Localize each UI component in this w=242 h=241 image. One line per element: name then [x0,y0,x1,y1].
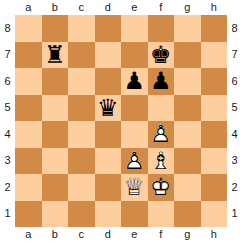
square-d6[interactable] [95,68,122,95]
rank-label-left-5: 5 [0,95,15,122]
rank-label-right-5: 5 [227,95,242,122]
square-d3[interactable] [95,148,122,175]
square-e2[interactable]: ♛♕ [121,174,148,201]
square-b3[interactable] [42,148,69,175]
square-b2[interactable] [42,174,69,201]
square-d4[interactable] [95,121,122,148]
file-label-bottom-b: b [42,227,69,241]
file-label-top-b: b [42,0,69,15]
square-e7[interactable] [121,42,148,69]
square-c3[interactable] [68,148,95,175]
piece-black-pawn[interactable]: ♟ [148,68,175,95]
white-pawn-fill-glyph: ♟ [150,122,172,146]
square-a7[interactable] [15,42,42,69]
board-corner [0,227,15,241]
rank-label-left-7: 7 [0,42,15,69]
rank-label-right-3: 3 [227,148,242,175]
rank-label-left-6: 6 [0,68,15,95]
chess-board: abcdefgh887♜♚76♟♟65♛54♟♙43♟♙♝♗32♛♕♚♔211a… [0,0,242,241]
piece-white-king[interactable]: ♚♔ [148,174,175,201]
square-h5[interactable] [201,95,228,122]
file-label-top-h: h [201,0,228,15]
file-label-top-a: a [15,0,42,15]
square-c1[interactable] [68,201,95,228]
square-g2[interactable] [174,174,201,201]
rank-label-left-2: 2 [0,174,15,201]
square-d7[interactable] [95,42,122,69]
square-b7[interactable]: ♜ [42,42,69,69]
file-label-bottom-d: d [95,227,122,241]
file-label-top-c: c [68,0,95,15]
white-pawn-fill-glyph: ♟ [123,149,145,173]
square-h4[interactable] [201,121,228,148]
file-label-bottom-a: a [15,227,42,241]
square-a3[interactable] [15,148,42,175]
black-pawn-icon: ♟ [150,69,172,93]
piece-white-pawn[interactable]: ♟♙ [148,121,175,148]
black-pawn-icon: ♟ [123,69,145,93]
piece-white-bishop[interactable]: ♝♗ [148,148,175,175]
square-a6[interactable] [15,68,42,95]
file-label-top-e: e [121,0,148,15]
file-label-bottom-e: e [121,227,148,241]
board-corner [227,227,242,241]
square-c4[interactable] [68,121,95,148]
square-a2[interactable] [15,174,42,201]
square-h6[interactable] [201,68,228,95]
square-b5[interactable] [42,95,69,122]
square-a5[interactable] [15,95,42,122]
white-king-icon: ♔ [150,175,172,199]
rank-label-right-1: 1 [227,201,242,228]
rank-label-right-2: 2 [227,174,242,201]
square-a1[interactable] [15,201,42,228]
square-f5[interactable] [148,95,175,122]
square-f7[interactable]: ♚ [148,42,175,69]
file-label-top-d: d [95,0,122,15]
piece-black-pawn[interactable]: ♟ [121,68,148,95]
rank-label-left-8: 8 [0,15,15,42]
square-b6[interactable] [42,68,69,95]
piece-white-queen[interactable]: ♛♕ [121,174,148,201]
white-king-fill-glyph: ♚ [150,175,172,199]
square-h2[interactable] [201,174,228,201]
square-a4[interactable] [15,121,42,148]
square-c8[interactable] [68,15,95,42]
square-g6[interactable] [174,68,201,95]
square-d5[interactable]: ♛ [95,95,122,122]
file-label-bottom-h: h [201,227,228,241]
rank-label-left-4: 4 [0,121,15,148]
square-d2[interactable] [95,174,122,201]
white-queen-fill-glyph: ♛ [123,175,145,199]
square-c6[interactable] [68,68,95,95]
square-c5[interactable] [68,95,95,122]
square-f2[interactable]: ♚♔ [148,174,175,201]
rank-label-left-3: 3 [0,148,15,175]
square-b1[interactable] [42,201,69,228]
black-rook-icon: ♜ [44,43,66,67]
square-c7[interactable] [68,42,95,69]
square-g8[interactable] [174,15,201,42]
square-e8[interactable] [121,15,148,42]
white-bishop-icon: ♗ [150,149,172,173]
square-g3[interactable] [174,148,201,175]
piece-white-pawn[interactable]: ♟♙ [121,148,148,175]
square-g1[interactable] [174,201,201,228]
square-g4[interactable] [174,121,201,148]
square-f8[interactable] [148,15,175,42]
square-b8[interactable] [42,15,69,42]
square-e5[interactable] [121,95,148,122]
rank-label-right-7: 7 [227,42,242,69]
square-d1[interactable] [95,201,122,228]
square-f6[interactable]: ♟ [148,68,175,95]
square-h3[interactable] [201,148,228,175]
square-e4[interactable] [121,121,148,148]
file-label-bottom-f: f [148,227,175,241]
rank-label-right-4: 4 [227,121,242,148]
black-queen-icon: ♛ [97,96,119,120]
piece-black-queen[interactable]: ♛ [95,95,122,122]
file-label-top-f: f [148,0,175,15]
white-queen-icon: ♕ [123,175,145,199]
board-corner [227,0,242,15]
rank-label-left-1: 1 [0,201,15,228]
square-c2[interactable] [68,174,95,201]
piece-black-rook[interactable]: ♜ [42,42,69,69]
white-bishop-fill-glyph: ♝ [150,149,172,173]
file-label-bottom-c: c [68,227,95,241]
square-a8[interactable] [15,15,42,42]
square-e3[interactable]: ♟♙ [121,148,148,175]
chess-diagram: abcdefgh887♜♚76♟♟65♛54♟♙43♟♙♝♗32♛♕♚♔211a… [0,0,242,241]
square-b4[interactable] [42,121,69,148]
rank-label-right-8: 8 [227,15,242,42]
rank-label-right-6: 6 [227,68,242,95]
square-h8[interactable] [201,15,228,42]
board-corner [0,0,15,15]
square-f3[interactable]: ♝♗ [148,148,175,175]
white-pawn-icon: ♙ [150,122,172,146]
piece-black-king[interactable]: ♚ [148,42,175,69]
square-g7[interactable] [174,42,201,69]
square-e6[interactable]: ♟ [121,68,148,95]
square-h7[interactable] [201,42,228,69]
file-label-bottom-g: g [174,227,201,241]
square-h1[interactable] [201,201,228,228]
file-label-top-g: g [174,0,201,15]
square-e1[interactable] [121,201,148,228]
square-d8[interactable] [95,15,122,42]
white-pawn-icon: ♙ [123,149,145,173]
square-f4[interactable]: ♟♙ [148,121,175,148]
black-king-icon: ♚ [150,43,172,67]
square-g5[interactable] [174,95,201,122]
square-f1[interactable] [148,201,175,228]
